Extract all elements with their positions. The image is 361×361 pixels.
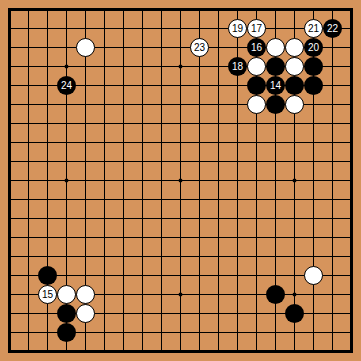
- star-point: [293, 293, 297, 297]
- stone-black: [304, 57, 323, 76]
- stone-black: [304, 76, 323, 95]
- stone-white: [76, 38, 95, 57]
- stone-black-16: 16: [247, 38, 266, 57]
- stone-black-18: 18: [228, 57, 247, 76]
- stone-white: [285, 95, 304, 114]
- stone-white-15: 15: [38, 285, 57, 304]
- stone-white: [304, 266, 323, 285]
- star-point: [293, 179, 297, 183]
- stone-black-20: 20: [304, 38, 323, 57]
- stone-black-24: 24: [57, 76, 76, 95]
- stone-black: [266, 57, 285, 76]
- star-point: [65, 179, 69, 183]
- stone-white-21: 21: [304, 19, 323, 38]
- stone-white: [266, 38, 285, 57]
- stone-white-19: 19: [228, 19, 247, 38]
- star-point: [179, 179, 183, 183]
- stone-white: [76, 285, 95, 304]
- stone-black: [266, 285, 285, 304]
- stone-black: [266, 95, 285, 114]
- stone-black: [38, 266, 57, 285]
- stone-white: [285, 57, 304, 76]
- stone-black: [285, 76, 304, 95]
- stone-white: [285, 38, 304, 57]
- stone-black: [285, 304, 304, 323]
- stone-black: [247, 76, 266, 95]
- stone-white: [76, 304, 95, 323]
- stone-black: [57, 304, 76, 323]
- stone-white: [247, 95, 266, 114]
- stone-black-14: 14: [266, 76, 285, 95]
- star-point: [65, 65, 69, 69]
- stone-black-22: 22: [323, 19, 342, 38]
- stone-white: [247, 57, 266, 76]
- stone-white-17: 17: [247, 19, 266, 38]
- stone-white-23: 23: [190, 38, 209, 57]
- star-point: [179, 65, 183, 69]
- go-board[interactable]: 2423191721221620181415: [0, 0, 361, 361]
- stone-black: [57, 323, 76, 342]
- stone-white: [57, 285, 76, 304]
- star-point: [179, 293, 183, 297]
